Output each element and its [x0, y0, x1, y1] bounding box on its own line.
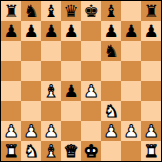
square-a3[interactable] [1, 101, 21, 121]
square-c8[interactable]: ♝ [41, 1, 61, 21]
piece-white-bishop[interactable]: ♝ [43, 141, 58, 161]
square-h5[interactable] [141, 61, 161, 81]
square-h7[interactable]: ♟ [141, 21, 161, 41]
square-h3[interactable] [141, 101, 161, 121]
square-b3[interactable] [21, 101, 41, 121]
piece-black-pawn[interactable]: ♟ [63, 81, 78, 101]
piece-black-pawn[interactable]: ♟ [43, 21, 58, 41]
square-d4[interactable]: ♟ [61, 81, 81, 101]
square-g6[interactable] [121, 41, 141, 61]
square-g7[interactable]: ♟ [121, 21, 141, 41]
piece-black-knight[interactable]: ♞ [103, 41, 118, 61]
piece-white-queen[interactable]: ♛ [63, 141, 78, 161]
square-e2[interactable] [81, 121, 101, 141]
piece-white-pawn[interactable]: ♟ [143, 121, 158, 141]
square-f6[interactable]: ♞ [101, 41, 121, 61]
square-g8[interactable] [121, 1, 141, 21]
square-e5[interactable] [81, 61, 101, 81]
square-d8[interactable]: ♛ [61, 1, 81, 21]
square-b6[interactable] [21, 41, 41, 61]
square-h6[interactable] [141, 41, 161, 61]
square-f1[interactable] [101, 141, 121, 161]
piece-black-pawn[interactable]: ♟ [23, 21, 38, 41]
square-b5[interactable] [21, 61, 41, 81]
piece-white-rook[interactable]: ♜ [143, 141, 158, 161]
square-d5[interactable] [61, 61, 81, 81]
chess-board: ♜♞♝♛♚♝♜♟♟♟♟♟♟♟♞♝♟♟♞♟♟♟♟♟♟♜♞♝♛♚♜ [0, 0, 162, 162]
square-e3[interactable] [81, 101, 101, 121]
square-h8[interactable]: ♜ [141, 1, 161, 21]
square-a6[interactable] [1, 41, 21, 61]
piece-white-king[interactable]: ♚ [83, 141, 98, 161]
square-g5[interactable] [121, 61, 141, 81]
square-c6[interactable] [41, 41, 61, 61]
piece-white-knight[interactable]: ♞ [23, 141, 38, 161]
piece-white-knight[interactable]: ♞ [103, 101, 118, 121]
square-g2[interactable]: ♟ [121, 121, 141, 141]
piece-black-rook[interactable]: ♜ [143, 1, 158, 21]
square-c2[interactable]: ♟ [41, 121, 61, 141]
piece-black-bishop[interactable]: ♝ [103, 1, 118, 21]
square-b8[interactable]: ♞ [21, 1, 41, 21]
piece-black-pawn[interactable]: ♟ [3, 21, 18, 41]
piece-white-rook[interactable]: ♜ [3, 141, 18, 161]
piece-black-queen[interactable]: ♛ [63, 1, 78, 21]
square-a5[interactable] [1, 61, 21, 81]
piece-black-pawn[interactable]: ♟ [123, 21, 138, 41]
square-g1[interactable] [121, 141, 141, 161]
piece-white-pawn[interactable]: ♟ [23, 121, 38, 141]
piece-black-pawn[interactable]: ♟ [63, 21, 78, 41]
square-e7[interactable] [81, 21, 101, 41]
piece-black-bishop[interactable]: ♝ [43, 1, 58, 21]
square-c7[interactable]: ♟ [41, 21, 61, 41]
piece-black-pawn[interactable]: ♟ [143, 21, 158, 41]
piece-white-pawn[interactable]: ♟ [3, 121, 18, 141]
square-b4[interactable] [21, 81, 41, 101]
piece-black-knight[interactable]: ♞ [23, 1, 38, 21]
square-h1[interactable]: ♜ [141, 141, 161, 161]
square-a2[interactable]: ♟ [1, 121, 21, 141]
piece-white-pawn[interactable]: ♟ [123, 121, 138, 141]
square-f2[interactable]: ♟ [101, 121, 121, 141]
square-f5[interactable] [101, 61, 121, 81]
piece-white-pawn[interactable]: ♟ [83, 81, 98, 101]
square-e8[interactable]: ♚ [81, 1, 101, 21]
square-h2[interactable]: ♟ [141, 121, 161, 141]
square-d6[interactable] [61, 41, 81, 61]
square-b1[interactable]: ♞ [21, 141, 41, 161]
square-e6[interactable] [81, 41, 101, 61]
square-c5[interactable] [41, 61, 61, 81]
square-f8[interactable]: ♝ [101, 1, 121, 21]
square-g3[interactable] [121, 101, 141, 121]
square-f3[interactable]: ♞ [101, 101, 121, 121]
square-d3[interactable] [61, 101, 81, 121]
square-a1[interactable]: ♜ [1, 141, 21, 161]
square-c1[interactable]: ♝ [41, 141, 61, 161]
square-b7[interactable]: ♟ [21, 21, 41, 41]
square-c4[interactable]: ♝ [41, 81, 61, 101]
square-c3[interactable] [41, 101, 61, 121]
square-f7[interactable]: ♟ [101, 21, 121, 41]
square-b2[interactable]: ♟ [21, 121, 41, 141]
square-e4[interactable]: ♟ [81, 81, 101, 101]
piece-black-king[interactable]: ♚ [83, 1, 98, 21]
square-d7[interactable]: ♟ [61, 21, 81, 41]
square-h4[interactable] [141, 81, 161, 101]
square-a8[interactable]: ♜ [1, 1, 21, 21]
piece-white-pawn[interactable]: ♟ [43, 121, 58, 141]
square-f4[interactable] [101, 81, 121, 101]
square-e1[interactable]: ♚ [81, 141, 101, 161]
square-a4[interactable] [1, 81, 21, 101]
square-d2[interactable] [61, 121, 81, 141]
piece-black-pawn[interactable]: ♟ [103, 21, 118, 41]
square-d1[interactable]: ♛ [61, 141, 81, 161]
piece-white-pawn[interactable]: ♟ [103, 121, 118, 141]
piece-white-bishop[interactable]: ♝ [43, 81, 58, 101]
square-g4[interactable] [121, 81, 141, 101]
piece-black-rook[interactable]: ♜ [3, 1, 18, 21]
square-a7[interactable]: ♟ [1, 21, 21, 41]
